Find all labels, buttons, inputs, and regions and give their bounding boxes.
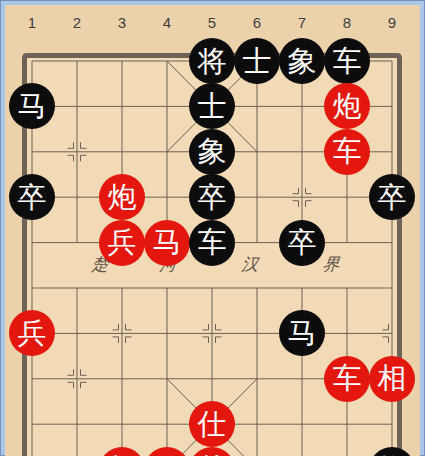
river-char-4: 界: [318, 253, 344, 276]
column-label-8: 8: [335, 14, 359, 31]
piece-red-horse[interactable]: 马: [144, 220, 190, 266]
piece-black-advisor[interactable]: 士: [234, 38, 280, 84]
river-char-3: 汉: [237, 253, 263, 276]
piece-black-elephant[interactable]: 象: [189, 129, 235, 175]
piece-red-elephant[interactable]: 相: [369, 356, 415, 402]
piece-black-soldier[interactable]: 卒: [189, 174, 235, 220]
piece-black-soldier[interactable]: 卒: [279, 220, 325, 266]
column-label-4: 4: [155, 14, 179, 31]
piece-black-elephant[interactable]: 象: [279, 38, 325, 84]
piece-red-advisor[interactable]: 仕: [189, 401, 235, 447]
piece-black-soldier[interactable]: 卒: [369, 174, 415, 220]
column-label-5: 5: [200, 14, 224, 31]
column-label-2: 2: [65, 14, 89, 31]
column-label-1: 1: [20, 14, 44, 31]
piece-black-general[interactable]: 将: [189, 38, 235, 84]
piece-red-cannon[interactable]: 炮: [99, 174, 145, 220]
column-label-6: 6: [245, 14, 269, 31]
column-label-3: 3: [110, 14, 134, 31]
xiangqi-board: 123456789 楚河汉界 将士象车马士炮象车卒炮卒卒兵马车卒兵马车相仕相仕帅…: [5, 5, 420, 456]
column-label-7: 7: [290, 14, 314, 31]
column-label-9: 9: [380, 14, 404, 31]
piece-red-chariot[interactable]: 车: [324, 356, 370, 402]
piece-red-chariot[interactable]: 车: [324, 129, 370, 175]
piece-black-chariot[interactable]: 车: [189, 220, 235, 266]
piece-black-soldier[interactable]: 卒: [9, 174, 55, 220]
piece-black-chariot[interactable]: 车: [324, 38, 370, 84]
window-frame: 123456789 楚河汉界 将士象车马士炮象车卒炮卒卒兵马车卒兵马车相仕相仕帅…: [0, 0, 425, 456]
piece-red-soldier[interactable]: 兵: [99, 220, 145, 266]
